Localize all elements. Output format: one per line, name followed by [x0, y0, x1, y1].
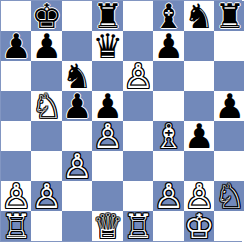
square-d7[interactable]: ♛ [92, 31, 122, 61]
square-c8[interactable] [62, 1, 92, 31]
square-f7[interactable]: ♟ [153, 31, 183, 61]
piece-white-pawn[interactable]: ♙ [92, 121, 122, 151]
piece-black-queen[interactable]: ♛ [92, 31, 122, 61]
square-g1[interactable]: ♔ [184, 211, 214, 241]
square-e4[interactable] [123, 121, 153, 151]
piece-white-pawn[interactable]: ♙ [123, 61, 153, 91]
square-b4[interactable] [31, 121, 61, 151]
square-a6[interactable] [1, 61, 31, 91]
square-a5[interactable] [1, 91, 31, 121]
square-a7[interactable]: ♟ [1, 31, 31, 61]
piece-black-pawn[interactable]: ♟ [62, 91, 92, 121]
piece-black-pawn[interactable]: ♟ [214, 91, 244, 121]
square-h7[interactable] [214, 31, 244, 61]
piece-white-rook[interactable]: ♖ [1, 211, 31, 241]
piece-white-bishop[interactable]: ♗ [153, 121, 183, 151]
square-e3[interactable] [123, 151, 153, 181]
square-c1[interactable] [62, 211, 92, 241]
piece-white-knight[interactable]: ♘ [31, 91, 61, 121]
square-b2[interactable]: ♙ [31, 181, 61, 211]
piece-white-rook[interactable]: ♖ [123, 211, 153, 241]
square-f6[interactable] [153, 61, 183, 91]
square-h4[interactable] [214, 121, 244, 151]
square-g4[interactable]: ♟ [184, 121, 214, 151]
square-b1[interactable] [31, 211, 61, 241]
square-f4[interactable]: ♗ [153, 121, 183, 151]
square-d4[interactable]: ♙ [92, 121, 122, 151]
chess-board: ♚♜♝♞♜♟♟♛♟♞♙♘♟♟♟♙♗♟♙♙♙♙♙♘♖♕♖♔ [0, 0, 242, 242]
square-e1[interactable]: ♖ [123, 211, 153, 241]
square-c5[interactable]: ♟ [62, 91, 92, 121]
square-e5[interactable] [123, 91, 153, 121]
piece-black-pawn[interactable]: ♟ [184, 121, 214, 151]
piece-black-rook[interactable]: ♜ [214, 1, 244, 31]
square-c3[interactable]: ♙ [62, 151, 92, 181]
square-a1[interactable]: ♖ [1, 211, 31, 241]
piece-white-pawn[interactable]: ♙ [153, 181, 183, 211]
piece-black-pawn[interactable]: ♟ [1, 31, 31, 61]
piece-black-pawn[interactable]: ♟ [153, 31, 183, 61]
square-g8[interactable]: ♞ [184, 1, 214, 31]
square-e6[interactable]: ♙ [123, 61, 153, 91]
square-b5[interactable]: ♘ [31, 91, 61, 121]
square-a4[interactable] [1, 121, 31, 151]
piece-black-knight[interactable]: ♞ [184, 1, 214, 31]
square-h2[interactable]: ♘ [214, 181, 244, 211]
piece-white-queen[interactable]: ♕ [92, 211, 122, 241]
square-f1[interactable] [153, 211, 183, 241]
square-b7[interactable]: ♟ [31, 31, 61, 61]
square-d3[interactable] [92, 151, 122, 181]
piece-white-king[interactable]: ♔ [184, 211, 214, 241]
square-g7[interactable] [184, 31, 214, 61]
piece-white-pawn[interactable]: ♙ [31, 181, 61, 211]
square-h1[interactable] [214, 211, 244, 241]
piece-black-pawn[interactable]: ♟ [31, 31, 61, 61]
square-g6[interactable] [184, 61, 214, 91]
piece-white-knight[interactable]: ♘ [214, 181, 244, 211]
square-f2[interactable]: ♙ [153, 181, 183, 211]
square-h5[interactable]: ♟ [214, 91, 244, 121]
piece-white-pawn[interactable]: ♙ [62, 151, 92, 181]
square-d1[interactable]: ♕ [92, 211, 122, 241]
square-e8[interactable] [123, 1, 153, 31]
square-c2[interactable] [62, 181, 92, 211]
square-h8[interactable]: ♜ [214, 1, 244, 31]
